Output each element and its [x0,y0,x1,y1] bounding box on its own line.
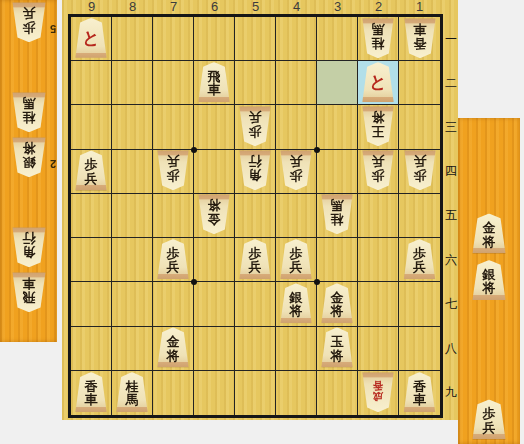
board-cell[interactable]: 香 車 [71,371,112,415]
board-cell[interactable] [358,282,399,326]
board-cell[interactable] [276,194,317,238]
hand-tray-gote: 歩 兵5桂 馬銀 将2角 行飛 車 [0,0,57,342]
board-cell[interactable] [235,61,276,105]
shogi-piece[interactable]: 歩 兵 [403,239,437,279]
board-cell[interactable] [153,194,194,238]
star-point [314,147,320,153]
shogi-piece[interactable]: 歩 兵 [279,239,313,279]
board-cell[interactable]: 銀 将 [276,282,317,326]
file-label: 3 [317,0,358,14]
shogi-piece[interactable]: 歩 兵 [156,150,190,190]
board-cell[interactable]: 金 将 [194,194,235,238]
piece-count-badge: 2 [50,158,56,170]
board-cell[interactable]: 歩 兵 [235,105,276,149]
hand-slot [458,165,520,212]
file-labels: 9 8 7 6 5 4 3 2 1 [71,0,440,14]
board-cell[interactable]: 金 将 [153,327,194,371]
shogi-piece[interactable]: と [361,62,395,102]
board-cell[interactable] [399,327,440,371]
board-cell[interactable] [153,371,194,415]
board-cell[interactable]: 成 香 [358,371,399,415]
board-cell[interactable] [112,17,153,61]
hand-slot[interactable]: 銀 将2 [0,135,57,180]
board-cell[interactable]: と [71,17,112,61]
board-cell[interactable]: 歩 兵 [235,238,276,282]
shogi-piece[interactable]: 桂 馬 [361,18,395,58]
board-cell[interactable] [194,150,235,194]
board-cell[interactable]: 玉 将 [317,327,358,371]
board-cell[interactable] [399,61,440,105]
hand-piece[interactable]: 歩 兵 [11,2,47,42]
shogi-piece[interactable]: 歩 兵 [361,150,395,190]
board-cell[interactable]: と [358,61,399,105]
board-cell[interactable] [112,61,153,105]
board-cell[interactable] [235,282,276,326]
hand-slot [458,118,520,165]
shogi-piece[interactable]: 桂 馬 [115,372,149,412]
board-cell[interactable] [194,238,235,282]
hand-slot[interactable]: 歩 兵 [458,397,520,444]
hand-piece[interactable]: 角 行 [11,227,47,267]
shogi-piece[interactable]: 歩 兵 [74,150,108,190]
board-cell[interactable] [71,194,112,238]
hand-piece[interactable]: 銀 将 [471,260,507,300]
board-cell[interactable] [194,371,235,415]
hand-slot[interactable]: 銀 将 [458,258,520,305]
hand-slot[interactable]: 角 行 [0,225,57,270]
rank-label: 七 [443,282,459,326]
shogi-app: 歩 兵5桂 馬銀 将2角 行飛 車 9 8 7 6 5 4 3 2 1 一 二 … [0,0,524,444]
rank-label: 四 [443,150,459,194]
hand-tray-sente: 金 将銀 将歩 兵 [458,118,520,444]
shogi-piece[interactable]: 銀 将 [279,283,313,323]
board-cell[interactable] [317,17,358,61]
shogi-piece[interactable]: 角 行 [238,150,272,190]
hand-piece[interactable]: 金 将 [471,213,507,253]
shogi-piece[interactable]: 香 車 [403,372,437,412]
piece-count-badge: 5 [50,23,56,35]
shogi-piece[interactable]: と [74,18,108,58]
shogi-piece[interactable]: 金 将 [156,327,190,367]
board-cell[interactable] [235,371,276,415]
board-cell[interactable] [235,327,276,371]
board-cell[interactable] [235,17,276,61]
board-cell[interactable] [112,194,153,238]
rank-label: 八 [443,327,459,371]
board-cell[interactable]: 歩 兵 [399,150,440,194]
shogi-piece[interactable]: 王 将 [361,106,395,146]
rank-label: 九 [443,371,459,415]
shogi-piece[interactable]: 歩 兵 [279,150,313,190]
file-label: 7 [153,0,194,14]
rank-label: 三 [443,105,459,149]
board-cell[interactable] [194,105,235,149]
rank-label: 二 [443,61,459,105]
board-cell[interactable]: 桂 馬 [358,17,399,61]
board-cell[interactable] [153,105,194,149]
board-cell[interactable] [358,327,399,371]
shogi-piece[interactable]: 歩 兵 [156,239,190,279]
file-label: 2 [358,0,399,14]
board-cell[interactable] [153,282,194,326]
board-cell[interactable] [358,238,399,282]
board-cell[interactable]: 桂 馬 [112,371,153,415]
board-cell[interactable] [71,61,112,105]
board-cell[interactable] [112,327,153,371]
rank-label: 六 [443,238,459,282]
board-cell[interactable]: 歩 兵 [276,150,317,194]
board-cell[interactable] [112,282,153,326]
board-cell[interactable] [317,150,358,194]
board-cell[interactable] [358,194,399,238]
board-cell[interactable]: 角 行 [235,150,276,194]
file-label: 6 [194,0,235,14]
shogi-piece[interactable]: 香 車 [403,18,437,58]
board-cell[interactable]: 王 将 [358,105,399,149]
board-cell[interactable] [276,371,317,415]
board-cell[interactable] [276,327,317,371]
file-label: 8 [112,0,153,14]
hand-slot[interactable]: 桂 馬 [0,90,57,135]
board-cell[interactable]: 桂 馬 [317,194,358,238]
board-cell[interactable]: 歩 兵 [153,238,194,282]
board-cell[interactable]: 歩 兵 [358,150,399,194]
board-cell[interactable]: 香 車 [399,17,440,61]
board-cell[interactable]: 金 将 [317,282,358,326]
hand-slot[interactable]: 飛 車 [0,270,57,315]
hand-slot[interactable]: 金 将 [458,211,520,258]
board-field: と桂 馬香 車飛 車と歩 兵王 将歩 兵歩 兵角 行歩 兵歩 兵歩 兵金 将桂 … [68,14,443,418]
board-cell[interactable]: 歩 兵 [399,238,440,282]
shogi-piece[interactable]: 飛 車 [197,62,231,102]
hand-piece[interactable]: 銀 将 [11,137,47,177]
board-cell[interactable] [71,238,112,282]
shogi-piece[interactable]: 歩 兵 [403,150,437,190]
board-cell[interactable] [153,61,194,105]
shogi-piece[interactable]: 玉 将 [320,327,354,367]
file-label: 1 [399,0,440,14]
board: 9 8 7 6 5 4 3 2 1 一 二 三 四 五 六 七 八 九 と桂 馬… [62,0,458,420]
board-cell[interactable] [71,327,112,371]
board-cell[interactable] [276,105,317,149]
rank-labels: 一 二 三 四 五 六 七 八 九 [443,17,459,415]
board-cell[interactable] [194,17,235,61]
shogi-piece[interactable]: 歩 兵 [238,106,272,146]
hand-piece[interactable]: 桂 馬 [11,92,47,132]
star-point [191,147,197,153]
shogi-piece[interactable]: 歩 兵 [238,239,272,279]
board-cell[interactable] [112,105,153,149]
board-cell[interactable] [399,194,440,238]
board-cell[interactable] [276,17,317,61]
board-cell[interactable]: 香 車 [399,371,440,415]
board-cell[interactable] [317,371,358,415]
board-cell[interactable] [194,327,235,371]
file-label: 5 [235,0,276,14]
board-cell[interactable] [317,61,358,105]
rank-label: 一 [443,17,459,61]
board-cell[interactable]: 歩 兵 [153,150,194,194]
hand-piece[interactable]: 飛 車 [11,272,47,312]
shogi-piece[interactable]: 成 香 [361,372,395,412]
board-cell[interactable] [399,105,440,149]
board-cell[interactable] [112,150,153,194]
file-label: 4 [276,0,317,14]
shogi-piece[interactable]: 金 将 [197,195,231,235]
shogi-piece[interactable]: 金 将 [320,283,354,323]
board-cell[interactable]: 歩 兵 [71,150,112,194]
hand-slot [458,304,520,351]
board-cell[interactable] [71,105,112,149]
hand-piece[interactable]: 歩 兵 [471,399,507,439]
board-cell[interactable]: 歩 兵 [276,238,317,282]
board-cell[interactable] [112,238,153,282]
shogi-piece[interactable]: 香 車 [74,372,108,412]
board-cell[interactable] [153,17,194,61]
hand-slot [458,351,520,398]
file-label: 9 [71,0,112,14]
hand-slot [0,45,57,90]
board-cell[interactable] [276,61,317,105]
board-cell[interactable] [194,282,235,326]
board-cell[interactable]: 飛 車 [194,61,235,105]
hand-slot[interactable]: 歩 兵5 [0,0,57,45]
board-cell[interactable] [317,105,358,149]
shogi-piece[interactable]: 桂 馬 [320,195,354,235]
rank-label: 五 [443,194,459,238]
board-cell[interactable] [71,282,112,326]
hand-slot [0,180,57,225]
board-cell[interactable] [235,194,276,238]
board-cell[interactable] [399,282,440,326]
board-cell[interactable] [317,238,358,282]
